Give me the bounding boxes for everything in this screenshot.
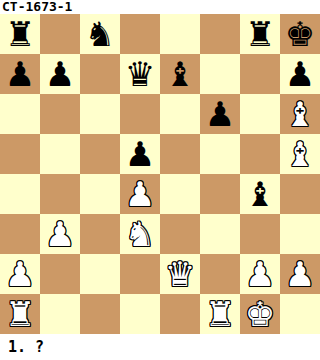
square-b5[interactable] bbox=[40, 134, 80, 174]
square-e8[interactable] bbox=[160, 14, 200, 54]
square-a6[interactable] bbox=[0, 94, 40, 134]
square-h6[interactable]: ♝ bbox=[280, 94, 320, 134]
chess-board: ♜♞♜♚♟♟♛♝♟♟♝♟♝♟♝♟♞♟♛♟♟♜♜♚ bbox=[0, 14, 320, 334]
white-rook: ♜ bbox=[205, 294, 235, 334]
white-bishop: ♝ bbox=[285, 94, 315, 134]
square-a8[interactable]: ♜ bbox=[0, 14, 40, 54]
black-pawn: ♟ bbox=[205, 94, 235, 134]
white-pawn: ♟ bbox=[5, 254, 35, 294]
square-a5[interactable] bbox=[0, 134, 40, 174]
square-g4[interactable]: ♝ bbox=[240, 174, 280, 214]
black-knight: ♞ bbox=[85, 14, 115, 54]
white-pawn: ♟ bbox=[45, 214, 75, 254]
square-d7[interactable]: ♛ bbox=[120, 54, 160, 94]
black-rook: ♜ bbox=[5, 14, 35, 54]
square-e1[interactable] bbox=[160, 294, 200, 334]
white-rook: ♜ bbox=[5, 294, 35, 334]
square-a1[interactable]: ♜ bbox=[0, 294, 40, 334]
square-c2[interactable] bbox=[80, 254, 120, 294]
square-b6[interactable] bbox=[40, 94, 80, 134]
square-g7[interactable] bbox=[240, 54, 280, 94]
move-prompt: 1. ? bbox=[8, 337, 44, 357]
square-b3[interactable]: ♟ bbox=[40, 214, 80, 254]
white-knight: ♞ bbox=[125, 214, 155, 254]
square-e2[interactable]: ♛ bbox=[160, 254, 200, 294]
square-c5[interactable] bbox=[80, 134, 120, 174]
square-b2[interactable] bbox=[40, 254, 80, 294]
square-d2[interactable] bbox=[120, 254, 160, 294]
square-g2[interactable]: ♟ bbox=[240, 254, 280, 294]
square-e6[interactable] bbox=[160, 94, 200, 134]
black-bishop: ♝ bbox=[245, 174, 275, 214]
black-bishop: ♝ bbox=[165, 54, 195, 94]
black-queen: ♛ bbox=[125, 54, 155, 94]
square-f8[interactable] bbox=[200, 14, 240, 54]
square-c3[interactable] bbox=[80, 214, 120, 254]
square-c1[interactable] bbox=[80, 294, 120, 334]
square-a7[interactable]: ♟ bbox=[0, 54, 40, 94]
square-c6[interactable] bbox=[80, 94, 120, 134]
square-h1[interactable] bbox=[280, 294, 320, 334]
square-g8[interactable]: ♜ bbox=[240, 14, 280, 54]
title-bar: CT-1673-1 bbox=[0, 0, 320, 14]
square-e3[interactable] bbox=[160, 214, 200, 254]
square-g3[interactable] bbox=[240, 214, 280, 254]
white-king: ♚ bbox=[245, 294, 275, 334]
square-g5[interactable] bbox=[240, 134, 280, 174]
move-bar: 1. ? bbox=[0, 334, 320, 360]
square-b1[interactable] bbox=[40, 294, 80, 334]
white-pawn: ♟ bbox=[245, 254, 275, 294]
square-b8[interactable] bbox=[40, 14, 80, 54]
white-pawn: ♟ bbox=[125, 174, 155, 214]
black-king: ♚ bbox=[285, 14, 315, 54]
square-e5[interactable] bbox=[160, 134, 200, 174]
square-h3[interactable] bbox=[280, 214, 320, 254]
square-f6[interactable]: ♟ bbox=[200, 94, 240, 134]
black-rook: ♜ bbox=[245, 14, 275, 54]
square-a4[interactable] bbox=[0, 174, 40, 214]
square-c4[interactable] bbox=[80, 174, 120, 214]
square-e7[interactable]: ♝ bbox=[160, 54, 200, 94]
square-f1[interactable]: ♜ bbox=[200, 294, 240, 334]
square-f3[interactable] bbox=[200, 214, 240, 254]
square-a3[interactable] bbox=[0, 214, 40, 254]
square-h7[interactable]: ♟ bbox=[280, 54, 320, 94]
square-d3[interactable]: ♞ bbox=[120, 214, 160, 254]
black-pawn: ♟ bbox=[285, 54, 315, 94]
white-bishop: ♝ bbox=[285, 134, 315, 174]
black-pawn: ♟ bbox=[45, 54, 75, 94]
square-h4[interactable] bbox=[280, 174, 320, 214]
square-d1[interactable] bbox=[120, 294, 160, 334]
square-c8[interactable]: ♞ bbox=[80, 14, 120, 54]
square-d4[interactable]: ♟ bbox=[120, 174, 160, 214]
black-pawn: ♟ bbox=[5, 54, 35, 94]
square-h8[interactable]: ♚ bbox=[280, 14, 320, 54]
square-f4[interactable] bbox=[200, 174, 240, 214]
square-e4[interactable] bbox=[160, 174, 200, 214]
square-h5[interactable]: ♝ bbox=[280, 134, 320, 174]
square-c7[interactable] bbox=[80, 54, 120, 94]
square-d8[interactable] bbox=[120, 14, 160, 54]
white-pawn: ♟ bbox=[285, 254, 315, 294]
square-g6[interactable] bbox=[240, 94, 280, 134]
square-d5[interactable]: ♟ bbox=[120, 134, 160, 174]
square-d6[interactable] bbox=[120, 94, 160, 134]
square-f5[interactable] bbox=[200, 134, 240, 174]
puzzle-id: CT-1673-1 bbox=[2, 0, 72, 14]
square-b7[interactable]: ♟ bbox=[40, 54, 80, 94]
square-h2[interactable]: ♟ bbox=[280, 254, 320, 294]
square-a2[interactable]: ♟ bbox=[0, 254, 40, 294]
square-f2[interactable] bbox=[200, 254, 240, 294]
square-g1[interactable]: ♚ bbox=[240, 294, 280, 334]
square-b4[interactable] bbox=[40, 174, 80, 214]
white-queen: ♛ bbox=[165, 254, 195, 294]
square-f7[interactable] bbox=[200, 54, 240, 94]
black-pawn: ♟ bbox=[125, 134, 155, 174]
